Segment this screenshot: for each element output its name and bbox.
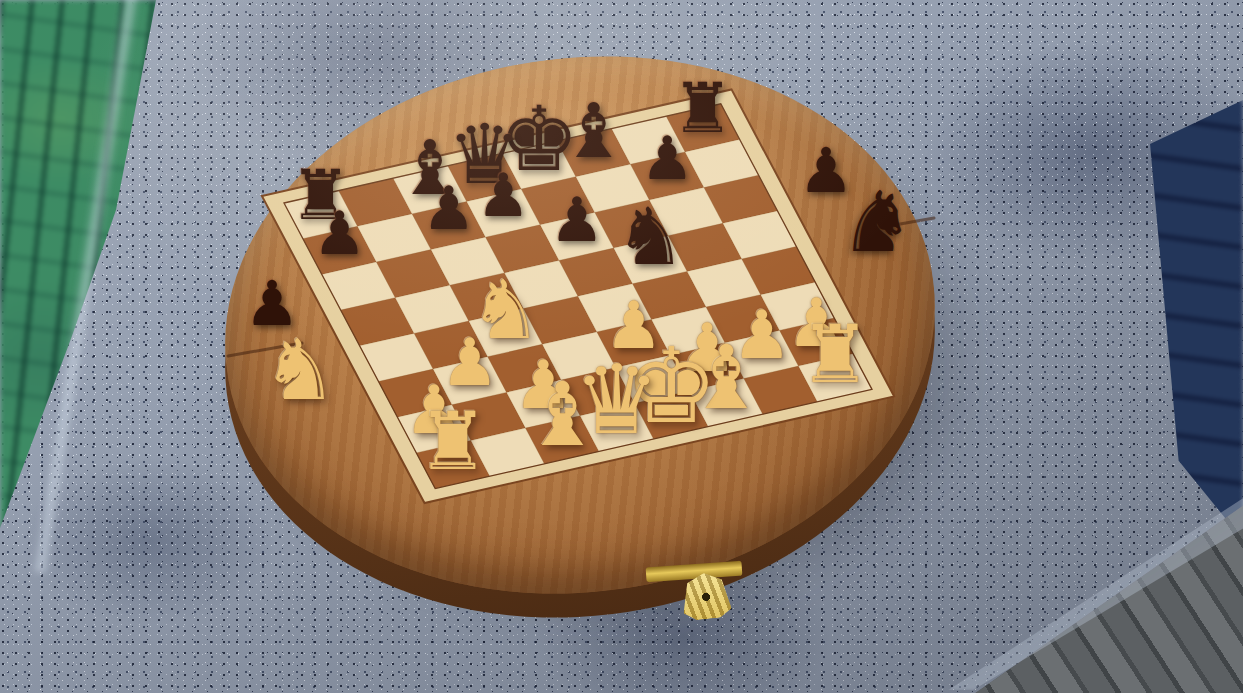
piece-white-rook-a1[interactable]: ♜ — [417, 402, 489, 482]
piece-black-pawn-d7[interactable]: ♟ — [477, 166, 531, 226]
captured-white-knight-rim-left[interactable]: ♞ — [262, 328, 337, 412]
piece-black-pawn-c7[interactable]: ♟ — [422, 179, 476, 239]
piece-black-pawn-a7[interactable]: ♟ — [313, 204, 367, 264]
piece-black-knight-f5[interactable]: ♞ — [615, 198, 686, 277]
photo-scene: ♜♝♛♚♝♜♟♟♟♟♟♞♞♟♟♟♟♟♟♟♜♝♛♚♝♜♟♞♟♞ — [0, 0, 1243, 693]
piece-white-rook-h1[interactable]: ♜ — [799, 315, 871, 395]
piece-white-bishop-c1[interactable]: ♝ — [523, 371, 602, 459]
piece-black-pawn-e6[interactable]: ♟ — [550, 189, 605, 250]
piece-black-pawn-g7[interactable]: ♟ — [640, 129, 694, 189]
captured-black-knight-rim-right[interactable]: ♞ — [839, 180, 914, 264]
